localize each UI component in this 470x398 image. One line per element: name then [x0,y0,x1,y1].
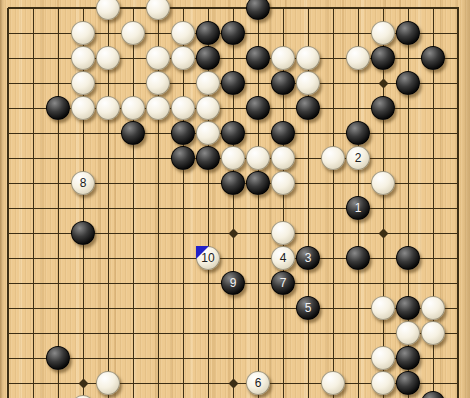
black-stone [246,0,270,20]
black-stone-move-1: 1 [346,196,370,220]
black-stone [221,121,245,145]
black-stone [196,46,220,70]
white-stone [96,46,120,70]
white-stone [146,96,170,120]
move-number: 3 [305,252,312,264]
star-point [378,78,388,88]
black-stone [221,171,245,195]
white-stone [371,296,395,320]
star-point [228,228,238,238]
move-number: 9 [230,277,237,289]
black-stone [171,121,195,145]
star-point [78,378,88,388]
black-stone [296,96,320,120]
white-stone [396,321,420,345]
move-number: 6 [255,377,262,389]
black-stone-move-9: 9 [221,271,245,295]
grid-line [133,8,134,398]
white-stone-move-6: 6 [246,371,270,395]
white-stone [146,0,170,20]
white-stone [171,96,195,120]
grid-line [8,7,459,9]
move-number: 7 [280,277,287,289]
move-number: 4 [280,252,287,264]
white-stone [421,296,445,320]
black-stone [196,146,220,170]
black-stone [246,171,270,195]
white-stone [121,96,145,120]
white-stone [296,71,320,95]
white-stone [371,371,395,395]
star-point [228,378,238,388]
white-stone [171,21,195,45]
white-stone [71,46,95,70]
black-stone [396,296,420,320]
black-stone [196,21,220,45]
white-stone [146,71,170,95]
white-stone [121,21,145,45]
white-stone-move-4: 4 [271,246,295,270]
grid-line [8,258,459,259]
white-stone [71,96,95,120]
black-stone-move-5: 5 [296,296,320,320]
white-stone [171,46,195,70]
grid-line [8,208,459,209]
white-stone [246,146,270,170]
white-stone [371,346,395,370]
white-stone [271,221,295,245]
white-stone [196,121,220,145]
black-stone [396,71,420,95]
white-stone [271,46,295,70]
black-stone [271,71,295,95]
grid-line [8,333,459,334]
black-stone [346,246,370,270]
black-stone [221,71,245,95]
white-stone [96,0,120,20]
black-stone [371,46,395,70]
black-stone [396,346,420,370]
grid-line [457,8,459,398]
white-stone [271,146,295,170]
white-stone [196,71,220,95]
black-stone-move-3: 3 [296,246,320,270]
white-stone [371,21,395,45]
move-number: 5 [305,302,312,314]
white-stone [346,46,370,70]
white-stone [96,96,120,120]
go-board[interactable]: 28110439756 [0,0,470,398]
grid-line [33,8,34,398]
black-stone [221,21,245,45]
white-stone [296,46,320,70]
white-stone [96,371,120,395]
black-stone [71,221,95,245]
white-stone [221,146,245,170]
blue-triangle-icon [196,246,209,259]
grid-line [58,8,59,398]
grid-line [333,8,334,398]
black-stone-move-7: 7 [271,271,295,295]
black-stone [421,46,445,70]
black-stone [121,121,145,145]
black-stone [246,46,270,70]
black-stone [396,21,420,45]
star-point [378,228,388,238]
black-stone [46,96,70,120]
black-stone [171,146,195,170]
black-stone [271,121,295,145]
white-stone [421,321,445,345]
black-stone [396,371,420,395]
white-stone [71,71,95,95]
white-stone [71,21,95,45]
black-stone [346,121,370,145]
black-stone [246,96,270,120]
white-stone [321,146,345,170]
white-stone [321,371,345,395]
black-stone [396,246,420,270]
black-stone [371,96,395,120]
move-number: 2 [355,152,362,164]
black-stone [46,346,70,370]
grid-line [7,8,9,398]
black-stone [421,391,445,398]
white-stone [196,96,220,120]
white-stone [271,171,295,195]
white-stone [146,46,170,70]
blue-triangle-marker [196,245,209,258]
white-stone-move-2: 2 [346,146,370,170]
move-number: 1 [355,202,362,214]
white-stone-move-8: 8 [71,171,95,195]
white-stone [371,171,395,195]
move-number: 8 [80,177,87,189]
grid-line [233,8,234,398]
